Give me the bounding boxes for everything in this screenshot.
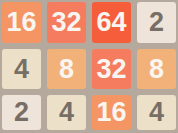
tile-r2c3: 4 bbox=[137, 95, 176, 130]
tile-r1c0: 4 bbox=[2, 49, 41, 89]
tile-r2c1: 4 bbox=[47, 95, 86, 130]
tile-r2c0: 2 bbox=[2, 95, 41, 130]
tile-r1c2: 32 bbox=[92, 49, 131, 89]
board-2048[interactable]: 16 32 64 2 4 8 32 8 2 4 16 4 bbox=[0, 0, 178, 133]
tile-r0c3: 2 bbox=[137, 2, 176, 43]
tile-r1c3: 8 bbox=[137, 49, 176, 89]
tile-r0c1: 32 bbox=[47, 2, 86, 43]
tile-r0c0: 16 bbox=[2, 2, 41, 43]
tile-r2c2: 16 bbox=[92, 95, 131, 130]
tile-r0c2: 64 bbox=[92, 2, 131, 43]
tile-r1c1: 8 bbox=[47, 49, 86, 89]
